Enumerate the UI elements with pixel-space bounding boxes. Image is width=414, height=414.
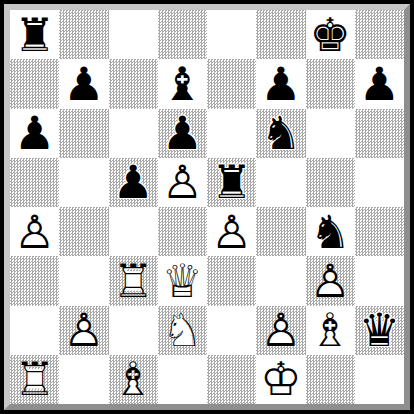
square-b8[interactable]	[59, 10, 108, 59]
square-f5[interactable]	[256, 158, 305, 207]
white-king[interactable]: ♚♔	[256, 355, 305, 404]
square-a3[interactable]	[10, 256, 59, 305]
square-a5[interactable]	[10, 158, 59, 207]
square-e6[interactable]	[207, 109, 256, 158]
board-frame: ♜♚♟♝♟♟♟♟♞♟♟♙♜♟♙♟♙♞♜♖♛♕♟♙♟♙♞♘♟♙♝♗♛♜♖♝♗♚♔	[4, 4, 410, 410]
black-pawn-glyph: ♟	[10, 109, 59, 158]
square-h7[interactable]: ♟	[355, 59, 404, 108]
white-knight-outline: ♘	[158, 306, 207, 355]
black-pawn[interactable]: ♟	[59, 59, 108, 108]
square-g5[interactable]	[306, 158, 355, 207]
square-a2[interactable]	[10, 306, 59, 355]
white-bishop[interactable]: ♝♗	[109, 355, 158, 404]
square-b7[interactable]: ♟	[59, 59, 108, 108]
square-b1[interactable]	[59, 355, 108, 404]
square-e1[interactable]	[207, 355, 256, 404]
square-f1[interactable]: ♚♔	[256, 355, 305, 404]
square-h5[interactable]	[355, 158, 404, 207]
square-h8[interactable]	[355, 10, 404, 59]
square-g4[interactable]: ♞	[306, 207, 355, 256]
white-rook[interactable]: ♜♖	[10, 355, 59, 404]
square-g8[interactable]: ♚	[306, 10, 355, 59]
black-king-glyph: ♚	[306, 10, 355, 59]
square-f4[interactable]	[256, 207, 305, 256]
white-pawn[interactable]: ♟♙	[256, 306, 305, 355]
square-d3[interactable]: ♛♕	[158, 256, 207, 305]
square-h1[interactable]	[355, 355, 404, 404]
white-pawn[interactable]: ♟♙	[59, 306, 108, 355]
square-a4[interactable]: ♟♙	[10, 207, 59, 256]
square-e5[interactable]: ♜	[207, 158, 256, 207]
square-f8[interactable]	[256, 10, 305, 59]
square-d7[interactable]: ♝	[158, 59, 207, 108]
square-b6[interactable]	[59, 109, 108, 158]
square-h4[interactable]	[355, 207, 404, 256]
white-bishop[interactable]: ♝♗	[306, 306, 355, 355]
square-b4[interactable]	[59, 207, 108, 256]
white-pawn[interactable]: ♟♙	[10, 207, 59, 256]
white-pawn-outline: ♙	[158, 158, 207, 207]
square-b2[interactable]: ♟♙	[59, 306, 108, 355]
black-rook[interactable]: ♜	[10, 10, 59, 59]
white-rook-outline: ♖	[109, 256, 158, 305]
square-e7[interactable]	[207, 59, 256, 108]
white-pawn[interactable]: ♟♙	[207, 207, 256, 256]
chess-diagram: ♜♚♟♝♟♟♟♟♞♟♟♙♜♟♙♟♙♞♜♖♛♕♟♙♟♙♞♘♟♙♝♗♛♜♖♝♗♚♔	[0, 0, 414, 414]
square-h6[interactable]	[355, 109, 404, 158]
black-pawn-glyph: ♟	[59, 59, 108, 108]
white-bishop-outline: ♗	[306, 306, 355, 355]
black-pawn[interactable]: ♟	[109, 158, 158, 207]
black-bishop[interactable]: ♝	[158, 59, 207, 108]
black-pawn[interactable]: ♟	[10, 109, 59, 158]
white-bishop-outline: ♗	[109, 355, 158, 404]
square-g1[interactable]	[306, 355, 355, 404]
black-knight-glyph: ♞	[306, 207, 355, 256]
black-pawn[interactable]: ♟	[256, 59, 305, 108]
white-knight[interactable]: ♞♘	[158, 306, 207, 355]
white-pawn-outline: ♙	[306, 256, 355, 305]
square-h3[interactable]	[355, 256, 404, 305]
black-pawn[interactable]: ♟	[355, 59, 404, 108]
black-rook-glyph: ♜	[207, 158, 256, 207]
white-pawn-outline: ♙	[10, 207, 59, 256]
black-bishop-glyph: ♝	[158, 59, 207, 108]
square-d8[interactable]	[158, 10, 207, 59]
black-king[interactable]: ♚	[306, 10, 355, 59]
white-rook-outline: ♖	[10, 355, 59, 404]
square-d1[interactable]	[158, 355, 207, 404]
square-e2[interactable]	[207, 306, 256, 355]
square-c6[interactable]	[109, 109, 158, 158]
black-knight-glyph: ♞	[256, 109, 305, 158]
square-f2[interactable]: ♟♙	[256, 306, 305, 355]
square-e3[interactable]	[207, 256, 256, 305]
square-c3[interactable]: ♜♖	[109, 256, 158, 305]
square-d2[interactable]: ♞♘	[158, 306, 207, 355]
black-knight[interactable]: ♞	[256, 109, 305, 158]
square-g2[interactable]: ♝♗	[306, 306, 355, 355]
white-pawn-outline: ♙	[256, 306, 305, 355]
square-c4[interactable]	[109, 207, 158, 256]
square-c8[interactable]	[109, 10, 158, 59]
black-queen[interactable]: ♛	[355, 306, 404, 355]
square-a1[interactable]: ♜♖	[10, 355, 59, 404]
black-pawn-glyph: ♟	[256, 59, 305, 108]
black-queen-glyph: ♛	[355, 306, 404, 355]
white-queen[interactable]: ♛♕	[158, 256, 207, 305]
white-rook[interactable]: ♜♖	[109, 256, 158, 305]
square-a8[interactable]: ♜	[10, 10, 59, 59]
square-c1[interactable]: ♝♗	[109, 355, 158, 404]
black-pawn-glyph: ♟	[158, 109, 207, 158]
square-e4[interactable]: ♟♙	[207, 207, 256, 256]
white-pawn[interactable]: ♟♙	[306, 256, 355, 305]
square-d4[interactable]	[158, 207, 207, 256]
square-c7[interactable]	[109, 59, 158, 108]
black-pawn-glyph: ♟	[109, 158, 158, 207]
white-king-outline: ♔	[256, 355, 305, 404]
square-g6[interactable]	[306, 109, 355, 158]
square-a7[interactable]	[10, 59, 59, 108]
white-queen-outline: ♕	[158, 256, 207, 305]
square-d5[interactable]: ♟♙	[158, 158, 207, 207]
square-f7[interactable]: ♟	[256, 59, 305, 108]
white-pawn-outline: ♙	[207, 207, 256, 256]
square-b3[interactable]	[59, 256, 108, 305]
square-g7[interactable]	[306, 59, 355, 108]
square-d6[interactable]: ♟	[158, 109, 207, 158]
black-pawn[interactable]: ♟	[158, 109, 207, 158]
chess-board: ♜♚♟♝♟♟♟♟♞♟♟♙♜♟♙♟♙♞♜♖♛♕♟♙♟♙♞♘♟♙♝♗♛♜♖♝♗♚♔	[10, 10, 404, 404]
square-f3[interactable]	[256, 256, 305, 305]
black-rook[interactable]: ♜	[207, 158, 256, 207]
white-pawn-outline: ♙	[59, 306, 108, 355]
black-knight[interactable]: ♞	[306, 207, 355, 256]
black-rook-glyph: ♜	[10, 10, 59, 59]
white-pawn[interactable]: ♟♙	[158, 158, 207, 207]
square-c2[interactable]	[109, 306, 158, 355]
square-c5[interactable]: ♟	[109, 158, 158, 207]
square-a6[interactable]: ♟	[10, 109, 59, 158]
square-b5[interactable]	[59, 158, 108, 207]
square-g3[interactable]: ♟♙	[306, 256, 355, 305]
square-h2[interactable]: ♛	[355, 306, 404, 355]
square-f6[interactable]: ♞	[256, 109, 305, 158]
black-pawn-glyph: ♟	[355, 59, 404, 108]
square-e8[interactable]	[207, 10, 256, 59]
